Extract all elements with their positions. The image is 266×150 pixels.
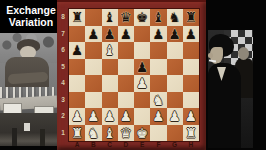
square-b5 bbox=[85, 59, 101, 76]
square-a8: ♜ bbox=[69, 9, 85, 26]
square-b4 bbox=[85, 75, 101, 92]
frame-top-edge bbox=[57, 0, 206, 2]
table-leg bbox=[12, 128, 17, 146]
square-d2: ♟ bbox=[118, 108, 134, 125]
square-c4 bbox=[102, 75, 118, 92]
square-f1 bbox=[150, 125, 166, 142]
white-rook: ♜ bbox=[183, 125, 199, 142]
white-pawn: ♟ bbox=[150, 108, 166, 125]
file-label-h: H bbox=[183, 141, 199, 149]
square-c6: ♝ bbox=[102, 42, 118, 59]
square-b3 bbox=[85, 92, 101, 109]
square-h8: ♜ bbox=[183, 9, 199, 26]
variation-title: Exchange Variation bbox=[0, 0, 62, 33]
black-pawn: ♟ bbox=[150, 26, 166, 43]
square-c3 bbox=[102, 92, 118, 109]
file-label-c: C bbox=[102, 141, 118, 149]
square-b7: ♟ bbox=[85, 26, 101, 43]
chess-board-frame: 87654321 ♜♝♛♚♝♞♜♟♟♟♟♟♟♟♝♟♟♞♟♟♟♟♟♟♟♜♞♝♛♚♜… bbox=[57, 0, 206, 150]
right-player-nose bbox=[208, 53, 213, 58]
video-frame: Exchange Variation 87654321 ♜♝♛♚♝♞♜♟♟♟♟♟… bbox=[0, 0, 266, 150]
square-h5 bbox=[183, 59, 199, 76]
square-g8: ♞ bbox=[167, 9, 183, 26]
square-e1: ♚ bbox=[134, 125, 150, 142]
square-f8: ♝ bbox=[150, 9, 166, 26]
white-bishop: ♝ bbox=[102, 42, 118, 59]
white-pawn: ♟ bbox=[134, 75, 150, 92]
left-player-photo bbox=[0, 33, 57, 146]
black-pawn: ♟ bbox=[102, 26, 118, 43]
square-h6 bbox=[183, 42, 199, 59]
square-a3 bbox=[69, 92, 85, 109]
square-a4 bbox=[69, 75, 85, 92]
rank-label-3: 3 bbox=[59, 92, 67, 109]
rank-label-4: 4 bbox=[59, 75, 67, 92]
white-pawn: ♟ bbox=[118, 108, 134, 125]
square-d5 bbox=[118, 59, 134, 76]
right-player-body bbox=[208, 63, 241, 148]
square-g2: ♟ bbox=[167, 108, 183, 125]
white-bishop: ♝ bbox=[102, 125, 118, 142]
square-e3 bbox=[134, 92, 150, 109]
square-h1: ♜ bbox=[183, 125, 199, 142]
square-e5: ♟ bbox=[134, 59, 150, 76]
black-queen: ♛ bbox=[118, 9, 134, 26]
title-line-1: Exchange bbox=[0, 4, 62, 16]
white-pawn: ♟ bbox=[85, 108, 101, 125]
white-pawn: ♟ bbox=[167, 108, 183, 125]
second-person-face bbox=[238, 47, 249, 60]
square-f3: ♞ bbox=[150, 92, 166, 109]
file-label-g: G bbox=[167, 141, 183, 149]
square-e8: ♚ bbox=[134, 9, 150, 26]
square-f7: ♟ bbox=[150, 26, 166, 43]
black-pawn: ♟ bbox=[183, 26, 199, 43]
square-c1: ♝ bbox=[102, 125, 118, 142]
square-c8: ♝ bbox=[102, 9, 118, 26]
right-player-photo bbox=[208, 30, 253, 148]
square-e4: ♟ bbox=[134, 75, 150, 92]
rank-label-1: 1 bbox=[59, 125, 67, 142]
rank-label-8: 8 bbox=[59, 9, 67, 26]
square-c7: ♟ bbox=[102, 26, 118, 43]
square-b8 bbox=[85, 9, 101, 26]
square-g6 bbox=[167, 42, 183, 59]
black-pawn: ♟ bbox=[85, 26, 101, 43]
chess-board: ♜♝♛♚♝♞♜♟♟♟♟♟♟♟♝♟♟♞♟♟♟♟♟♟♟♜♞♝♛♚♜ bbox=[68, 8, 200, 142]
square-g4 bbox=[167, 75, 183, 92]
rank-label-6: 6 bbox=[59, 42, 67, 59]
black-pawn: ♟ bbox=[118, 26, 134, 43]
square-f4 bbox=[150, 75, 166, 92]
rank-label-7: 7 bbox=[59, 26, 67, 43]
black-pawn: ♟ bbox=[134, 59, 150, 76]
square-a6: ♟ bbox=[69, 42, 85, 59]
rank-labels: 87654321 bbox=[59, 9, 67, 141]
black-rook: ♜ bbox=[183, 9, 199, 26]
black-pawn: ♟ bbox=[69, 42, 85, 59]
file-label-d: D bbox=[118, 141, 134, 149]
file-label-b: B bbox=[85, 141, 101, 149]
file-labels: ABCDEFGH bbox=[69, 141, 199, 149]
file-label-e: E bbox=[134, 141, 150, 149]
square-d7: ♟ bbox=[118, 26, 134, 43]
square-a7 bbox=[69, 26, 85, 43]
square-h2: ♟ bbox=[183, 108, 199, 125]
black-bishop: ♝ bbox=[102, 9, 118, 26]
table-tag bbox=[24, 123, 30, 131]
rank-label-2: 2 bbox=[59, 108, 67, 125]
black-knight: ♞ bbox=[167, 9, 183, 26]
white-queen: ♛ bbox=[118, 125, 134, 142]
square-e6 bbox=[134, 42, 150, 59]
square-a1: ♜ bbox=[69, 125, 85, 142]
white-knight: ♞ bbox=[85, 125, 101, 142]
square-d8: ♛ bbox=[118, 9, 134, 26]
rank-label-5: 5 bbox=[59, 59, 67, 76]
square-g1 bbox=[167, 125, 183, 142]
white-knight: ♞ bbox=[150, 92, 166, 109]
black-rook: ♜ bbox=[69, 9, 85, 26]
square-h4 bbox=[183, 75, 199, 92]
square-f2: ♟ bbox=[150, 108, 166, 125]
square-d1: ♛ bbox=[118, 125, 134, 142]
square-b2: ♟ bbox=[85, 108, 101, 125]
square-h3 bbox=[183, 92, 199, 109]
square-c2: ♟ bbox=[102, 108, 118, 125]
square-e7 bbox=[134, 26, 150, 43]
black-king: ♚ bbox=[134, 9, 150, 26]
square-f6 bbox=[150, 42, 166, 59]
square-g3 bbox=[167, 92, 183, 109]
square-e2 bbox=[134, 108, 150, 125]
square-d4 bbox=[118, 75, 134, 92]
file-label-a: A bbox=[69, 141, 85, 149]
square-d6 bbox=[118, 42, 134, 59]
white-pawn: ♟ bbox=[102, 108, 118, 125]
white-pawn: ♟ bbox=[183, 108, 199, 125]
black-pawn: ♟ bbox=[167, 26, 183, 43]
square-d3 bbox=[118, 92, 134, 109]
square-b6 bbox=[85, 42, 101, 59]
square-a5 bbox=[69, 59, 85, 76]
table-leg bbox=[40, 129, 45, 146]
title-line-2: Variation bbox=[0, 16, 62, 28]
square-g5 bbox=[167, 59, 183, 76]
white-rook: ♜ bbox=[69, 125, 85, 142]
file-label-f: F bbox=[150, 141, 166, 149]
square-b1: ♞ bbox=[85, 125, 101, 142]
square-c5 bbox=[102, 59, 118, 76]
square-a2: ♟ bbox=[69, 108, 85, 125]
square-g7: ♟ bbox=[167, 26, 183, 43]
white-king: ♚ bbox=[134, 125, 150, 142]
square-h7: ♟ bbox=[183, 26, 199, 43]
black-bishop: ♝ bbox=[150, 9, 166, 26]
square-f5 bbox=[150, 59, 166, 76]
white-pawn: ♟ bbox=[69, 108, 85, 125]
